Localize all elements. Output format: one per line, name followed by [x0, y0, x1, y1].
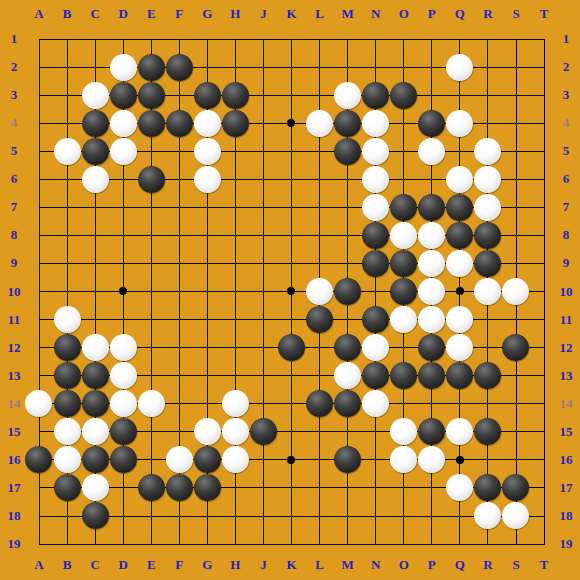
point-O11[interactable]	[390, 305, 418, 333]
point-B13[interactable]	[53, 362, 81, 390]
point-K6[interactable]	[277, 165, 305, 193]
point-H17[interactable]	[221, 474, 249, 502]
point-H7[interactable]	[221, 193, 249, 221]
point-H11[interactable]	[221, 305, 249, 333]
point-B10[interactable]	[53, 277, 81, 305]
point-J15[interactable]	[249, 418, 277, 446]
point-H13[interactable]	[221, 362, 249, 390]
point-H5[interactable]	[221, 137, 249, 165]
point-F2[interactable]	[165, 53, 193, 81]
point-F19[interactable]	[165, 530, 193, 558]
point-Q16[interactable]	[446, 446, 474, 474]
point-L17[interactable]	[305, 474, 333, 502]
point-O3[interactable]	[390, 81, 418, 109]
point-E14[interactable]	[137, 390, 165, 418]
point-R10[interactable]	[474, 277, 502, 305]
point-H18[interactable]	[221, 502, 249, 530]
point-C11[interactable]	[81, 305, 109, 333]
point-R9[interactable]	[474, 249, 502, 277]
point-J14[interactable]	[249, 390, 277, 418]
point-R13[interactable]	[474, 362, 502, 390]
point-O9[interactable]	[390, 249, 418, 277]
point-M3[interactable]	[333, 81, 361, 109]
point-K16[interactable]	[277, 446, 305, 474]
point-S17[interactable]	[502, 474, 530, 502]
point-G2[interactable]	[193, 53, 221, 81]
point-S8[interactable]	[502, 221, 530, 249]
point-L14[interactable]	[305, 390, 333, 418]
point-K12[interactable]	[277, 333, 305, 361]
point-P4[interactable]	[418, 109, 446, 137]
point-K3[interactable]	[277, 81, 305, 109]
point-L3[interactable]	[305, 81, 333, 109]
point-B3[interactable]	[53, 81, 81, 109]
point-E2[interactable]	[137, 53, 165, 81]
point-B7[interactable]	[53, 193, 81, 221]
point-H1[interactable]	[221, 25, 249, 53]
point-L15[interactable]	[305, 418, 333, 446]
point-O16[interactable]	[390, 446, 418, 474]
point-B12[interactable]	[53, 333, 81, 361]
point-C13[interactable]	[81, 362, 109, 390]
point-C7[interactable]	[81, 193, 109, 221]
point-C3[interactable]	[81, 81, 109, 109]
point-J3[interactable]	[249, 81, 277, 109]
point-L19[interactable]	[305, 530, 333, 558]
point-L13[interactable]	[305, 362, 333, 390]
point-N11[interactable]	[362, 305, 390, 333]
point-A7[interactable]	[25, 193, 53, 221]
point-A13[interactable]	[25, 362, 53, 390]
point-J1[interactable]	[249, 25, 277, 53]
point-R3[interactable]	[474, 81, 502, 109]
point-N18[interactable]	[362, 502, 390, 530]
point-G8[interactable]	[193, 221, 221, 249]
point-K7[interactable]	[277, 193, 305, 221]
point-C18[interactable]	[81, 502, 109, 530]
point-S1[interactable]	[502, 25, 530, 53]
point-A9[interactable]	[25, 249, 53, 277]
point-P9[interactable]	[418, 249, 446, 277]
point-C1[interactable]	[81, 25, 109, 53]
point-G16[interactable]	[193, 446, 221, 474]
point-P8[interactable]	[418, 221, 446, 249]
point-N16[interactable]	[362, 446, 390, 474]
point-F14[interactable]	[165, 390, 193, 418]
point-P7[interactable]	[418, 193, 446, 221]
point-J2[interactable]	[249, 53, 277, 81]
point-L7[interactable]	[305, 193, 333, 221]
point-D7[interactable]	[109, 193, 137, 221]
point-M14[interactable]	[333, 390, 361, 418]
point-Q18[interactable]	[446, 502, 474, 530]
point-A18[interactable]	[25, 502, 53, 530]
point-M10[interactable]	[333, 277, 361, 305]
point-J11[interactable]	[249, 305, 277, 333]
point-F1[interactable]	[165, 25, 193, 53]
point-S4[interactable]	[502, 109, 530, 137]
point-J5[interactable]	[249, 137, 277, 165]
point-B18[interactable]	[53, 502, 81, 530]
point-G3[interactable]	[193, 81, 221, 109]
point-H8[interactable]	[221, 221, 249, 249]
point-H3[interactable]	[221, 81, 249, 109]
point-E13[interactable]	[137, 362, 165, 390]
point-J19[interactable]	[249, 530, 277, 558]
point-D6[interactable]	[109, 165, 137, 193]
point-A1[interactable]	[25, 25, 53, 53]
point-H10[interactable]	[221, 277, 249, 305]
point-J8[interactable]	[249, 221, 277, 249]
point-M5[interactable]	[333, 137, 361, 165]
point-G11[interactable]	[193, 305, 221, 333]
point-C9[interactable]	[81, 249, 109, 277]
point-D2[interactable]	[109, 53, 137, 81]
point-P17[interactable]	[418, 474, 446, 502]
point-S2[interactable]	[502, 53, 530, 81]
point-D17[interactable]	[109, 474, 137, 502]
point-G13[interactable]	[193, 362, 221, 390]
point-K14[interactable]	[277, 390, 305, 418]
point-A16[interactable]	[25, 446, 53, 474]
point-R5[interactable]	[474, 137, 502, 165]
point-O8[interactable]	[390, 221, 418, 249]
point-S5[interactable]	[502, 137, 530, 165]
point-J13[interactable]	[249, 362, 277, 390]
point-O19[interactable]	[390, 530, 418, 558]
point-B9[interactable]	[53, 249, 81, 277]
point-D1[interactable]	[109, 25, 137, 53]
point-P11[interactable]	[418, 305, 446, 333]
point-C4[interactable]	[81, 109, 109, 137]
point-L1[interactable]	[305, 25, 333, 53]
point-Q8[interactable]	[446, 221, 474, 249]
point-N4[interactable]	[362, 109, 390, 137]
point-M1[interactable]	[333, 25, 361, 53]
point-J9[interactable]	[249, 249, 277, 277]
point-K1[interactable]	[277, 25, 305, 53]
point-N17[interactable]	[362, 474, 390, 502]
point-E7[interactable]	[137, 193, 165, 221]
point-A10[interactable]	[25, 277, 53, 305]
point-P6[interactable]	[418, 165, 446, 193]
point-P18[interactable]	[418, 502, 446, 530]
point-K5[interactable]	[277, 137, 305, 165]
point-J17[interactable]	[249, 474, 277, 502]
point-N9[interactable]	[362, 249, 390, 277]
point-A8[interactable]	[25, 221, 53, 249]
point-L18[interactable]	[305, 502, 333, 530]
point-R11[interactable]	[474, 305, 502, 333]
point-Q5[interactable]	[446, 137, 474, 165]
point-C19[interactable]	[81, 530, 109, 558]
point-A19[interactable]	[25, 530, 53, 558]
point-M4[interactable]	[333, 109, 361, 137]
point-B8[interactable]	[53, 221, 81, 249]
point-A3[interactable]	[25, 81, 53, 109]
point-H2[interactable]	[221, 53, 249, 81]
point-R19[interactable]	[474, 530, 502, 558]
point-O13[interactable]	[390, 362, 418, 390]
point-F4[interactable]	[165, 109, 193, 137]
point-K17[interactable]	[277, 474, 305, 502]
point-N7[interactable]	[362, 193, 390, 221]
point-M12[interactable]	[333, 333, 361, 361]
point-O17[interactable]	[390, 474, 418, 502]
point-H16[interactable]	[221, 446, 249, 474]
point-D15[interactable]	[109, 418, 137, 446]
point-G15[interactable]	[193, 418, 221, 446]
point-N8[interactable]	[362, 221, 390, 249]
point-E15[interactable]	[137, 418, 165, 446]
point-G7[interactable]	[193, 193, 221, 221]
point-E12[interactable]	[137, 333, 165, 361]
point-O1[interactable]	[390, 25, 418, 53]
point-A5[interactable]	[25, 137, 53, 165]
point-M7[interactable]	[333, 193, 361, 221]
point-D14[interactable]	[109, 390, 137, 418]
point-F9[interactable]	[165, 249, 193, 277]
point-M11[interactable]	[333, 305, 361, 333]
point-N10[interactable]	[362, 277, 390, 305]
point-F11[interactable]	[165, 305, 193, 333]
point-G1[interactable]	[193, 25, 221, 53]
point-N1[interactable]	[362, 25, 390, 53]
point-N6[interactable]	[362, 165, 390, 193]
point-Q12[interactable]	[446, 333, 474, 361]
point-G4[interactable]	[193, 109, 221, 137]
point-F6[interactable]	[165, 165, 193, 193]
point-B5[interactable]	[53, 137, 81, 165]
point-D9[interactable]	[109, 249, 137, 277]
point-R7[interactable]	[474, 193, 502, 221]
point-F12[interactable]	[165, 333, 193, 361]
point-A4[interactable]	[25, 109, 53, 137]
point-E16[interactable]	[137, 446, 165, 474]
point-P10[interactable]	[418, 277, 446, 305]
point-H12[interactable]	[221, 333, 249, 361]
point-J4[interactable]	[249, 109, 277, 137]
point-Q15[interactable]	[446, 418, 474, 446]
point-L9[interactable]	[305, 249, 333, 277]
point-D16[interactable]	[109, 446, 137, 474]
point-Q6[interactable]	[446, 165, 474, 193]
point-E11[interactable]	[137, 305, 165, 333]
point-P1[interactable]	[418, 25, 446, 53]
point-D18[interactable]	[109, 502, 137, 530]
point-N15[interactable]	[362, 418, 390, 446]
point-S18[interactable]	[502, 502, 530, 530]
point-N14[interactable]	[362, 390, 390, 418]
point-R16[interactable]	[474, 446, 502, 474]
point-S6[interactable]	[502, 165, 530, 193]
point-K8[interactable]	[277, 221, 305, 249]
point-S13[interactable]	[502, 362, 530, 390]
point-S14[interactable]	[502, 390, 530, 418]
point-K9[interactable]	[277, 249, 305, 277]
point-S7[interactable]	[502, 193, 530, 221]
point-E19[interactable]	[137, 530, 165, 558]
point-J16[interactable]	[249, 446, 277, 474]
point-L8[interactable]	[305, 221, 333, 249]
point-K19[interactable]	[277, 530, 305, 558]
point-L11[interactable]	[305, 305, 333, 333]
point-A12[interactable]	[25, 333, 53, 361]
point-M16[interactable]	[333, 446, 361, 474]
point-F18[interactable]	[165, 502, 193, 530]
point-O14[interactable]	[390, 390, 418, 418]
point-F15[interactable]	[165, 418, 193, 446]
point-Q14[interactable]	[446, 390, 474, 418]
point-J10[interactable]	[249, 277, 277, 305]
point-P15[interactable]	[418, 418, 446, 446]
point-E10[interactable]	[137, 277, 165, 305]
point-Q13[interactable]	[446, 362, 474, 390]
point-R6[interactable]	[474, 165, 502, 193]
point-N5[interactable]	[362, 137, 390, 165]
point-G5[interactable]	[193, 137, 221, 165]
point-G18[interactable]	[193, 502, 221, 530]
point-O10[interactable]	[390, 277, 418, 305]
point-D19[interactable]	[109, 530, 137, 558]
point-J7[interactable]	[249, 193, 277, 221]
point-M15[interactable]	[333, 418, 361, 446]
point-A2[interactable]	[25, 53, 53, 81]
point-M13[interactable]	[333, 362, 361, 390]
point-S11[interactable]	[502, 305, 530, 333]
point-K4[interactable]	[277, 109, 305, 137]
point-M19[interactable]	[333, 530, 361, 558]
point-C2[interactable]	[81, 53, 109, 81]
point-E9[interactable]	[137, 249, 165, 277]
point-D11[interactable]	[109, 305, 137, 333]
point-B19[interactable]	[53, 530, 81, 558]
point-S9[interactable]	[502, 249, 530, 277]
point-O6[interactable]	[390, 165, 418, 193]
point-Q11[interactable]	[446, 305, 474, 333]
point-P16[interactable]	[418, 446, 446, 474]
point-J18[interactable]	[249, 502, 277, 530]
point-L4[interactable]	[305, 109, 333, 137]
point-O18[interactable]	[390, 502, 418, 530]
point-A14[interactable]	[25, 390, 53, 418]
point-H15[interactable]	[221, 418, 249, 446]
point-P5[interactable]	[418, 137, 446, 165]
point-K11[interactable]	[277, 305, 305, 333]
point-C14[interactable]	[81, 390, 109, 418]
point-O12[interactable]	[390, 333, 418, 361]
point-R1[interactable]	[474, 25, 502, 53]
point-L6[interactable]	[305, 165, 333, 193]
point-Q10[interactable]	[446, 277, 474, 305]
point-S3[interactable]	[502, 81, 530, 109]
point-H19[interactable]	[221, 530, 249, 558]
point-C5[interactable]	[81, 137, 109, 165]
point-D13[interactable]	[109, 362, 137, 390]
point-C16[interactable]	[81, 446, 109, 474]
point-D4[interactable]	[109, 109, 137, 137]
point-R12[interactable]	[474, 333, 502, 361]
point-J12[interactable]	[249, 333, 277, 361]
point-J6[interactable]	[249, 165, 277, 193]
point-C10[interactable]	[81, 277, 109, 305]
point-R15[interactable]	[474, 418, 502, 446]
point-R18[interactable]	[474, 502, 502, 530]
point-S10[interactable]	[502, 277, 530, 305]
point-G10[interactable]	[193, 277, 221, 305]
point-L12[interactable]	[305, 333, 333, 361]
point-C17[interactable]	[81, 474, 109, 502]
point-B4[interactable]	[53, 109, 81, 137]
point-H4[interactable]	[221, 109, 249, 137]
point-R17[interactable]	[474, 474, 502, 502]
point-E6[interactable]	[137, 165, 165, 193]
point-E17[interactable]	[137, 474, 165, 502]
point-F16[interactable]	[165, 446, 193, 474]
point-M2[interactable]	[333, 53, 361, 81]
point-G12[interactable]	[193, 333, 221, 361]
point-B16[interactable]	[53, 446, 81, 474]
point-D10[interactable]	[109, 277, 137, 305]
point-D8[interactable]	[109, 221, 137, 249]
point-O7[interactable]	[390, 193, 418, 221]
point-B2[interactable]	[53, 53, 81, 81]
point-K2[interactable]	[277, 53, 305, 81]
point-A6[interactable]	[25, 165, 53, 193]
point-Q9[interactable]	[446, 249, 474, 277]
point-A17[interactable]	[25, 474, 53, 502]
point-L10[interactable]	[305, 277, 333, 305]
point-O5[interactable]	[390, 137, 418, 165]
point-K10[interactable]	[277, 277, 305, 305]
point-C6[interactable]	[81, 165, 109, 193]
point-E1[interactable]	[137, 25, 165, 53]
point-E18[interactable]	[137, 502, 165, 530]
point-G6[interactable]	[193, 165, 221, 193]
point-S15[interactable]	[502, 418, 530, 446]
point-E4[interactable]	[137, 109, 165, 137]
point-M6[interactable]	[333, 165, 361, 193]
point-Q2[interactable]	[446, 53, 474, 81]
point-O2[interactable]	[390, 53, 418, 81]
point-B6[interactable]	[53, 165, 81, 193]
point-P14[interactable]	[418, 390, 446, 418]
point-M9[interactable]	[333, 249, 361, 277]
point-M18[interactable]	[333, 502, 361, 530]
point-F3[interactable]	[165, 81, 193, 109]
point-P13[interactable]	[418, 362, 446, 390]
point-H9[interactable]	[221, 249, 249, 277]
point-S12[interactable]	[502, 333, 530, 361]
point-Q19[interactable]	[446, 530, 474, 558]
point-N12[interactable]	[362, 333, 390, 361]
point-L2[interactable]	[305, 53, 333, 81]
point-Q17[interactable]	[446, 474, 474, 502]
point-D3[interactable]	[109, 81, 137, 109]
point-C8[interactable]	[81, 221, 109, 249]
point-K18[interactable]	[277, 502, 305, 530]
point-N13[interactable]	[362, 362, 390, 390]
point-L16[interactable]	[305, 446, 333, 474]
point-G9[interactable]	[193, 249, 221, 277]
point-M17[interactable]	[333, 474, 361, 502]
point-F7[interactable]	[165, 193, 193, 221]
point-P3[interactable]	[418, 81, 446, 109]
point-N3[interactable]	[362, 81, 390, 109]
point-K15[interactable]	[277, 418, 305, 446]
point-F5[interactable]	[165, 137, 193, 165]
point-F17[interactable]	[165, 474, 193, 502]
